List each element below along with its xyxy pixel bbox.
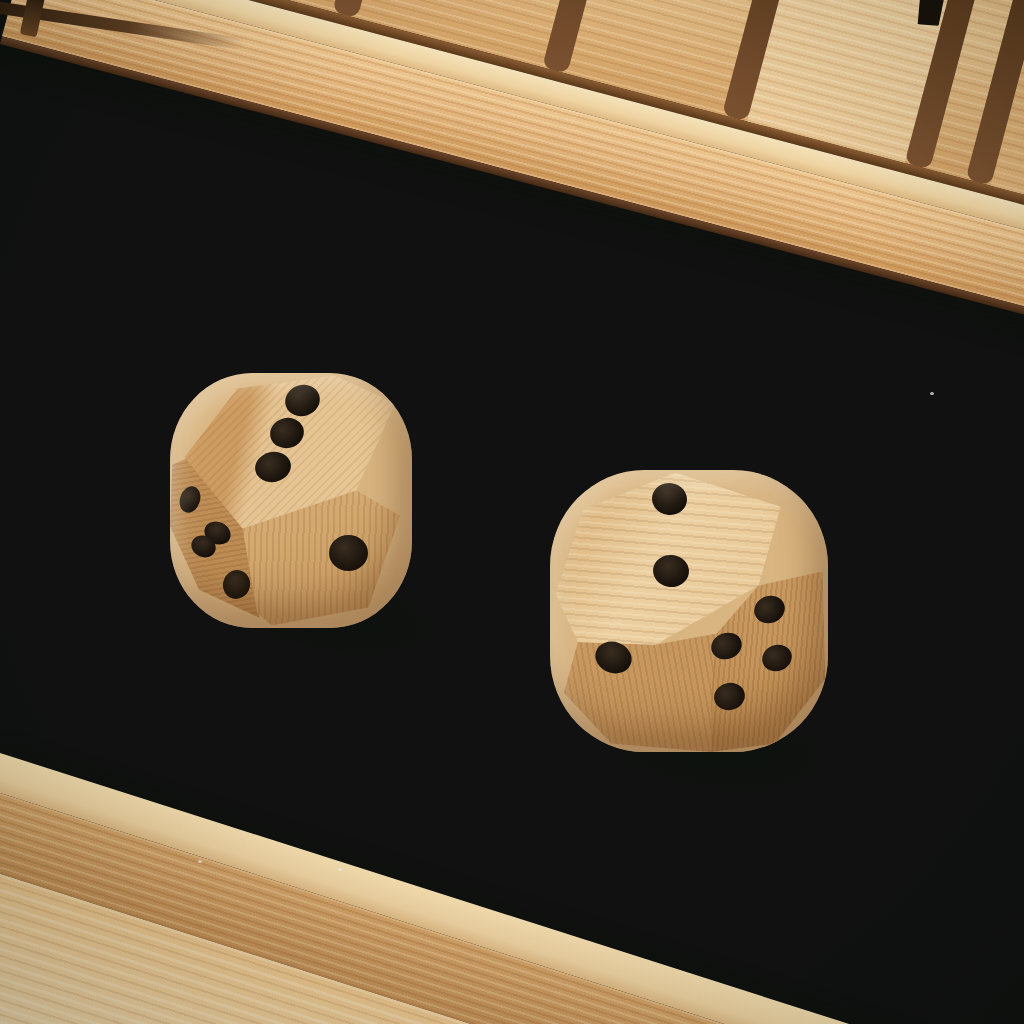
lint-speck: [930, 392, 934, 395]
pip: [329, 535, 368, 571]
tile-rack: [0, 0, 1024, 391]
shut-the-box-photo: [0, 0, 1024, 1024]
lint-speck: [198, 860, 202, 863]
left-die[interactable]: [170, 373, 412, 628]
tile-slot-gap: [542, 0, 645, 74]
front-rail: [0, 753, 1024, 1024]
right-die[interactable]: [550, 470, 828, 752]
lint-speck: [338, 868, 342, 871]
